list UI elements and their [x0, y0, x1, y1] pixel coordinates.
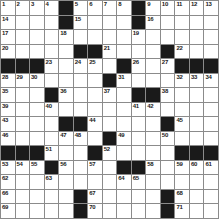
- cell-r2c11[interactable]: 16: [146, 16, 160, 30]
- cell-r13c14[interactable]: [190, 175, 204, 189]
- cell-r5c11[interactable]: [146, 59, 160, 73]
- cell-r13c4[interactable]: 63: [45, 175, 59, 189]
- block-r14c12: [161, 190, 175, 204]
- clue-number: 29: [17, 74, 23, 81]
- cell-r3c4[interactable]: [45, 30, 59, 44]
- cell-r1c3[interactable]: 3: [30, 1, 44, 15]
- cell-r5c6[interactable]: 24: [74, 59, 88, 73]
- cell-r10c3[interactable]: [30, 132, 44, 146]
- cell-r5c4[interactable]: 23: [45, 59, 59, 73]
- cell-r15c8[interactable]: [103, 204, 117, 218]
- cell-r9c14[interactable]: [190, 117, 204, 131]
- cell-r9c11[interactable]: [146, 117, 160, 131]
- clue-number: 39: [2, 103, 8, 110]
- cell-r8c11[interactable]: 42: [146, 103, 160, 117]
- cell-r5c12[interactable]: 27: [161, 59, 175, 73]
- cell-r12c7[interactable]: 57: [88, 161, 102, 175]
- clue-number: 63: [46, 175, 52, 182]
- clue-number: 40: [46, 103, 52, 110]
- cell-r4c2[interactable]: [16, 45, 30, 59]
- cell-r12c6[interactable]: [74, 161, 88, 175]
- cell-r13c5[interactable]: [59, 175, 73, 189]
- clue-number: 10: [162, 1, 168, 8]
- cell-r6c1[interactable]: 28: [1, 74, 15, 88]
- cell-r11c10[interactable]: [132, 146, 146, 160]
- cell-r4c10[interactable]: [132, 45, 146, 59]
- clue-number: 59: [176, 161, 182, 168]
- cell-r3c12[interactable]: [161, 30, 175, 44]
- cell-r12c13[interactable]: 59: [175, 161, 189, 175]
- clue-number: 66: [2, 190, 8, 197]
- cell-r6c5[interactable]: [59, 74, 73, 88]
- clue-number: 8: [118, 1, 121, 8]
- cell-r4c4[interactable]: [45, 45, 59, 59]
- cell-r13c1[interactable]: 62: [1, 175, 15, 189]
- clue-number: 44: [89, 117, 95, 124]
- block-r7c11: [146, 88, 160, 102]
- cell-r6c14[interactable]: 33: [190, 74, 204, 88]
- cell-r1c4[interactable]: 4: [45, 1, 59, 15]
- cell-r1c1[interactable]: 1: [1, 1, 15, 15]
- cell-r7c15[interactable]: [204, 88, 218, 102]
- clue-number: 35: [2, 88, 8, 95]
- cell-r15c4[interactable]: [45, 204, 59, 218]
- block-r14c6: [74, 190, 88, 204]
- clue-number: 22: [176, 45, 182, 52]
- cell-r13c3[interactable]: [30, 175, 44, 189]
- cell-r8c8[interactable]: [103, 103, 117, 117]
- block-r10c8: [103, 132, 117, 146]
- cell-r4c14[interactable]: [190, 45, 204, 59]
- cell-r1c6[interactable]: 5: [74, 1, 88, 15]
- cell-r8c7[interactable]: [88, 103, 102, 117]
- cell-r10c9[interactable]: 49: [117, 132, 131, 146]
- cell-r3c15[interactable]: [204, 30, 218, 44]
- cell-r8c4[interactable]: 40: [45, 103, 59, 117]
- cell-r11c5[interactable]: [59, 146, 73, 160]
- clue-number: 7: [104, 1, 107, 8]
- clue-number: 26: [133, 59, 139, 66]
- cell-r6c7[interactable]: [88, 74, 102, 88]
- clue-number: 37: [104, 88, 110, 95]
- cell-r9c7[interactable]: 44: [88, 117, 102, 131]
- clue-number: 27: [162, 59, 168, 66]
- cell-r4c11[interactable]: [146, 45, 160, 59]
- cell-r2c7[interactable]: [88, 16, 102, 30]
- clue-number: 18: [60, 30, 66, 37]
- clue-number: 50: [162, 132, 168, 139]
- cell-r9c15[interactable]: [204, 117, 218, 131]
- cell-r14c7[interactable]: 67: [88, 190, 102, 204]
- clue-number: 24: [75, 59, 81, 66]
- block-r11c14: [190, 146, 204, 160]
- cell-r2c13[interactable]: [175, 16, 189, 30]
- clue-number: 19: [133, 30, 139, 37]
- cell-r13c6[interactable]: [74, 175, 88, 189]
- clue-number: 70: [89, 204, 95, 211]
- clue-number: 57: [89, 161, 95, 168]
- cell-r8c3[interactable]: [30, 103, 44, 117]
- cell-r6c11[interactable]: [146, 74, 160, 88]
- cell-r13c9[interactable]: 64: [117, 175, 131, 189]
- cell-r7c5[interactable]: 36: [59, 88, 73, 102]
- cell-r10c14[interactable]: [190, 132, 204, 146]
- cell-r2c6[interactable]: 15: [74, 16, 88, 30]
- block-r11c7: [88, 146, 102, 160]
- cell-r7c6[interactable]: [74, 88, 88, 102]
- cell-r13c2[interactable]: [16, 175, 30, 189]
- cell-r8c14[interactable]: [190, 103, 204, 117]
- cell-r6c3[interactable]: 30: [30, 74, 44, 88]
- cell-r14c4[interactable]: [45, 190, 59, 204]
- cell-r14c2[interactable]: [16, 190, 30, 204]
- block-r12c4: [45, 161, 59, 175]
- cell-r5c7[interactable]: 25: [88, 59, 102, 73]
- cell-r10c7[interactable]: [88, 132, 102, 146]
- clue-number: 64: [118, 175, 124, 182]
- block-r1c10: [132, 1, 146, 15]
- cell-r13c7[interactable]: [88, 175, 102, 189]
- block-r5c13: [175, 59, 189, 73]
- cell-r3c3[interactable]: [30, 30, 44, 44]
- cell-r10c15[interactable]: [204, 132, 218, 146]
- block-r7c10: [132, 88, 146, 102]
- clue-number: 28: [2, 74, 8, 81]
- cell-r12c14[interactable]: 60: [190, 161, 204, 175]
- clue-number: 11: [176, 1, 182, 8]
- clue-number: 69: [2, 204, 8, 211]
- cell-r4c5[interactable]: [59, 45, 73, 59]
- cell-r10c12[interactable]: 50: [161, 132, 175, 146]
- cell-r2c1[interactable]: 14: [1, 16, 15, 30]
- cell-r15c2[interactable]: [16, 204, 30, 218]
- clue-number: 13: [205, 1, 211, 8]
- cell-r3c8[interactable]: [103, 30, 117, 44]
- clue-number: 12: [191, 1, 197, 8]
- clue-number: 58: [147, 161, 153, 168]
- cell-r15c5[interactable]: [59, 204, 73, 218]
- crossword-grid: 1234567891011121314151617181920212223242…: [0, 0, 219, 219]
- cell-r10c5[interactable]: 47: [59, 132, 73, 146]
- clue-number: 5: [75, 1, 78, 8]
- cell-r3c13[interactable]: [175, 30, 189, 44]
- block-r9c12: [161, 117, 175, 131]
- clue-number: 21: [104, 45, 110, 52]
- clue-number: 38: [162, 88, 168, 95]
- cell-r9c1[interactable]: 43: [1, 117, 15, 131]
- block-r9c6: [74, 117, 88, 131]
- cell-r9c3[interactable]: [30, 117, 44, 131]
- cell-r2c3[interactable]: [30, 16, 44, 30]
- cell-r2c12[interactable]: [161, 16, 175, 30]
- cell-r10c4[interactable]: [45, 132, 59, 146]
- block-r2c10: [132, 16, 146, 30]
- cell-r12c8[interactable]: [103, 161, 117, 175]
- cell-r12c3[interactable]: 55: [30, 161, 44, 175]
- cell-r3c9[interactable]: [117, 30, 131, 44]
- cell-r3c14[interactable]: [190, 30, 204, 44]
- block-r4c6: [74, 45, 88, 59]
- cell-r13c10[interactable]: 65: [132, 175, 146, 189]
- block-r15c12: [161, 204, 175, 218]
- cell-r2c8[interactable]: [103, 16, 117, 30]
- cell-r14c11[interactable]: [146, 190, 160, 204]
- block-r5c15: [204, 59, 218, 73]
- clue-number: 53: [2, 161, 8, 168]
- cell-r15c15[interactable]: [204, 204, 218, 218]
- cell-r7c3[interactable]: [30, 88, 44, 102]
- cell-r5c5[interactable]: [59, 59, 73, 73]
- cell-r13c15[interactable]: [204, 175, 218, 189]
- clue-number: 41: [133, 103, 139, 110]
- cell-r9c13[interactable]: 45: [175, 117, 189, 131]
- cell-r14c15[interactable]: [204, 190, 218, 204]
- cell-r1c11[interactable]: 9: [146, 1, 160, 15]
- cell-r2c9[interactable]: [117, 16, 131, 30]
- cell-r8c5[interactable]: [59, 103, 73, 117]
- cell-r10c10[interactable]: [132, 132, 146, 146]
- cell-r15c14[interactable]: [190, 204, 204, 218]
- cell-r15c1[interactable]: 69: [1, 204, 15, 218]
- cell-r15c10[interactable]: [132, 204, 146, 218]
- cell-r4c8[interactable]: 21: [103, 45, 117, 59]
- cell-r14c14[interactable]: [190, 190, 204, 204]
- cell-r1c12[interactable]: 10: [161, 1, 175, 15]
- block-r1c5: [59, 1, 73, 15]
- block-r15c6: [74, 204, 88, 218]
- clue-number: 45: [176, 117, 182, 124]
- cell-r14c13[interactable]: 68: [175, 190, 189, 204]
- cell-r15c11[interactable]: [146, 204, 160, 218]
- cell-r6c4[interactable]: [45, 74, 59, 88]
- block-r4c12: [161, 45, 175, 59]
- cell-r11c8[interactable]: 52: [103, 146, 117, 160]
- cell-r8c6[interactable]: [74, 103, 88, 117]
- cell-r6c13[interactable]: 32: [175, 74, 189, 88]
- clue-number: 47: [60, 132, 66, 139]
- cell-r9c2[interactable]: [16, 117, 30, 131]
- cell-r2c4[interactable]: [45, 16, 59, 30]
- cell-r7c14[interactable]: [190, 88, 204, 102]
- cell-r3c5[interactable]: 18: [59, 30, 73, 44]
- clue-number: 32: [176, 74, 182, 81]
- clue-number: 16: [147, 16, 153, 23]
- cell-r8c13[interactable]: [175, 103, 189, 117]
- cell-r6c12[interactable]: [161, 74, 175, 88]
- cell-r4c9[interactable]: [117, 45, 131, 59]
- cell-r8c9[interactable]: [117, 103, 131, 117]
- cell-r8c15[interactable]: [204, 103, 218, 117]
- cell-r3c6[interactable]: [74, 30, 88, 44]
- cell-r10c11[interactable]: [146, 132, 160, 146]
- clue-number: 2: [17, 1, 20, 8]
- cell-r3c1[interactable]: 17: [1, 30, 15, 44]
- block-r6c8: [103, 74, 117, 88]
- block-r2c5: [59, 16, 73, 30]
- cell-r15c13[interactable]: 71: [175, 204, 189, 218]
- clue-number: 71: [176, 204, 182, 211]
- block-r11c15: [204, 146, 218, 160]
- cell-r4c13[interactable]: 22: [175, 45, 189, 59]
- cell-r4c1[interactable]: 20: [1, 45, 15, 59]
- clue-number: 48: [75, 132, 81, 139]
- cell-r1c9[interactable]: 8: [117, 1, 131, 15]
- cell-r8c12[interactable]: [161, 103, 175, 117]
- cell-r3c11[interactable]: [146, 30, 160, 44]
- cell-r2c14[interactable]: [190, 16, 204, 30]
- cell-r10c6[interactable]: 48: [74, 132, 88, 146]
- cell-r14c1[interactable]: 66: [1, 190, 15, 204]
- clue-number: 3: [31, 1, 34, 8]
- cell-r14c5[interactable]: [59, 190, 73, 204]
- block-r7c4: [45, 88, 59, 102]
- cell-r2c15[interactable]: [204, 16, 218, 30]
- cell-r12c11[interactable]: 58: [146, 161, 160, 175]
- block-r5c2: [16, 59, 30, 73]
- cell-r15c3[interactable]: [30, 204, 44, 218]
- cell-r15c9[interactable]: [117, 204, 131, 218]
- cell-r12c12[interactable]: [161, 161, 175, 175]
- clue-number: 49: [118, 132, 124, 139]
- cell-r12c5[interactable]: 56: [59, 161, 73, 175]
- block-r5c9: [117, 59, 131, 73]
- clue-number: 43: [2, 117, 8, 124]
- cell-r1c7[interactable]: 6: [88, 1, 102, 15]
- cell-r3c2[interactable]: [16, 30, 30, 44]
- clue-number: 67: [89, 190, 95, 197]
- cell-r6c9[interactable]: 31: [117, 74, 131, 88]
- block-r11c13: [175, 146, 189, 160]
- cell-r11c12[interactable]: [161, 146, 175, 160]
- cell-r9c4[interactable]: [45, 117, 59, 131]
- cell-r9c10[interactable]: [132, 117, 146, 131]
- cell-r10c2[interactable]: [16, 132, 30, 146]
- clue-number: 33: [191, 74, 197, 81]
- cell-r7c8[interactable]: 37: [103, 88, 117, 102]
- cell-r12c15[interactable]: 61: [204, 161, 218, 175]
- cell-r7c13[interactable]: [175, 88, 189, 102]
- cell-r2c2[interactable]: [16, 16, 30, 30]
- clue-number: 61: [205, 161, 211, 168]
- cell-r6c2[interactable]: 29: [16, 74, 30, 88]
- clue-number: 54: [17, 161, 23, 168]
- cell-r14c8[interactable]: [103, 190, 117, 204]
- clue-number: 20: [2, 45, 8, 52]
- clue-number: 6: [89, 1, 92, 8]
- cell-r1c14[interactable]: 12: [190, 1, 204, 15]
- cell-r5c10[interactable]: 26: [132, 59, 146, 73]
- cell-r11c9[interactable]: [117, 146, 131, 160]
- cell-r11c6[interactable]: [74, 146, 88, 160]
- cell-r5c8[interactable]: [103, 59, 117, 73]
- clue-number: 30: [31, 74, 37, 81]
- cell-r6c10[interactable]: [132, 74, 146, 88]
- cell-r7c9[interactable]: [117, 88, 131, 102]
- cell-r8c2[interactable]: [16, 103, 30, 117]
- cell-r3c10[interactable]: 19: [132, 30, 146, 44]
- block-r5c3: [30, 59, 44, 73]
- cell-r13c12[interactable]: [161, 175, 175, 189]
- clue-number: 51: [46, 146, 52, 153]
- clue-number: 31: [118, 74, 124, 81]
- clue-number: 25: [89, 59, 95, 66]
- clue-number: 46: [2, 132, 8, 139]
- clue-number: 9: [147, 1, 150, 8]
- cell-r9c8[interactable]: [103, 117, 117, 131]
- cell-r1c8[interactable]: 7: [103, 1, 117, 15]
- clue-number: 56: [60, 161, 66, 168]
- cell-r1c13[interactable]: 11: [175, 1, 189, 15]
- cell-r4c15[interactable]: [204, 45, 218, 59]
- cell-r13c8[interactable]: [103, 175, 117, 189]
- block-r4c7: [88, 45, 102, 59]
- clue-number: 62: [2, 175, 8, 182]
- clue-number: 36: [60, 88, 66, 95]
- block-r5c1: [1, 59, 15, 73]
- cell-r13c13[interactable]: [175, 175, 189, 189]
- cell-r7c12[interactable]: 38: [161, 88, 175, 102]
- clue-number: 1: [2, 1, 5, 8]
- cell-r8c10[interactable]: 41: [132, 103, 146, 117]
- block-r11c1: [1, 146, 15, 160]
- cell-r1c15[interactable]: 13: [204, 1, 218, 15]
- clue-number: 15: [75, 16, 81, 23]
- cell-r4c3[interactable]: [30, 45, 44, 59]
- cell-r10c13[interactable]: [175, 132, 189, 146]
- cell-r8c1[interactable]: 39: [1, 103, 15, 117]
- block-r12c9: [117, 161, 131, 175]
- cell-r12c1[interactable]: 53: [1, 161, 15, 175]
- clue-number: 55: [31, 161, 37, 168]
- clue-number: 34: [205, 74, 211, 81]
- clue-number: 17: [2, 30, 8, 37]
- cell-r1c2[interactable]: 2: [16, 1, 30, 15]
- cell-r14c10[interactable]: [132, 190, 146, 204]
- clue-number: 60: [191, 161, 197, 168]
- cell-r3c7[interactable]: [88, 30, 102, 44]
- clue-number: 68: [176, 190, 182, 197]
- cell-r6c6[interactable]: [74, 74, 88, 88]
- block-r11c2: [16, 146, 30, 160]
- cell-r6c15[interactable]: 34: [204, 74, 218, 88]
- cell-r7c2[interactable]: [16, 88, 30, 102]
- block-r5c14: [190, 59, 204, 73]
- clue-number: 23: [46, 59, 52, 66]
- block-r12c10: [132, 161, 146, 175]
- clue-number: 65: [133, 175, 139, 182]
- clue-number: 52: [104, 146, 110, 153]
- block-r9c5: [59, 117, 73, 131]
- cell-r10c1[interactable]: 46: [1, 132, 15, 146]
- cell-r7c1[interactable]: 35: [1, 88, 15, 102]
- cell-r11c11[interactable]: [146, 146, 160, 160]
- cell-r15c7[interactable]: 70: [88, 204, 102, 218]
- cell-r14c3[interactable]: [30, 190, 44, 204]
- cell-r9c9[interactable]: [117, 117, 131, 131]
- clue-number: 4: [46, 1, 49, 8]
- clue-number: 42: [147, 103, 153, 110]
- cell-r14c9[interactable]: [117, 190, 131, 204]
- cell-r12c2[interactable]: 54: [16, 161, 30, 175]
- cell-r11c4[interactable]: 51: [45, 146, 59, 160]
- cell-r13c11[interactable]: [146, 175, 160, 189]
- block-r11c3: [30, 146, 44, 160]
- cell-r7c7[interactable]: [88, 88, 102, 102]
- clue-number: 14: [2, 16, 8, 23]
